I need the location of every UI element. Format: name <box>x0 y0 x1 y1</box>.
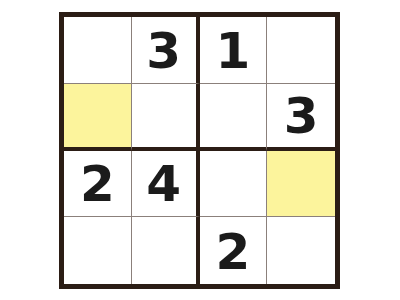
given-digit: 2 <box>215 227 250 277</box>
cell-r2c4[interactable]: 3 <box>267 84 335 151</box>
given-digit: 1 <box>215 26 250 76</box>
sudoku-board: 313242 <box>59 12 340 289</box>
cell-r1c1[interactable] <box>64 17 132 84</box>
cell-r2c1[interactable] <box>64 84 132 151</box>
given-digit: 2 <box>80 159 115 209</box>
page-background: 313242 <box>0 0 400 300</box>
cell-r3c4[interactable] <box>267 151 335 218</box>
cell-r3c3[interactable] <box>200 151 268 218</box>
cell-r3c1[interactable]: 2 <box>64 151 132 218</box>
cell-r3c2[interactable]: 4 <box>132 151 200 218</box>
given-digit: 4 <box>146 159 181 209</box>
cell-r1c4[interactable] <box>267 17 335 84</box>
cell-r2c2[interactable] <box>132 84 200 151</box>
cell-r2c3[interactable] <box>200 84 268 151</box>
cell-r1c3[interactable]: 1 <box>200 17 268 84</box>
cell-r1c2[interactable]: 3 <box>132 17 200 84</box>
cell-r4c3[interactable]: 2 <box>200 217 268 284</box>
cell-r4c1[interactable] <box>64 217 132 284</box>
cell-r4c2[interactable] <box>132 217 200 284</box>
cell-r4c4[interactable] <box>267 217 335 284</box>
given-digit: 3 <box>146 26 181 76</box>
given-digit: 3 <box>284 91 319 141</box>
